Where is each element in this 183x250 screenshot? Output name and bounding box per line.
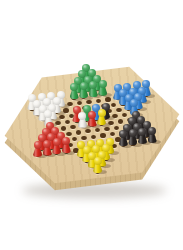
- hole[interactable]: [111, 103, 117, 107]
- peg-head: [119, 130, 127, 138]
- hole[interactable]: [116, 108, 122, 112]
- hole[interactable]: [76, 130, 82, 134]
- peg-head: [34, 141, 42, 149]
- peg-head: [88, 111, 96, 119]
- peg-head: [138, 128, 146, 136]
- hole[interactable]: [105, 97, 111, 101]
- peg-head: [129, 129, 137, 137]
- peg-head: [62, 137, 70, 145]
- peg-head: [78, 112, 86, 120]
- peg-head: [130, 99, 138, 107]
- peg-green[interactable]: [68, 83, 80, 99]
- hole[interactable]: [104, 127, 110, 131]
- peg-head: [44, 110, 52, 118]
- peg-head: [98, 109, 106, 117]
- peg-head: [89, 81, 97, 89]
- peg-head: [148, 127, 156, 135]
- peg-yellow[interactable]: [92, 157, 104, 173]
- peg-head: [80, 82, 88, 90]
- peg-black[interactable]: [117, 130, 129, 146]
- hole[interactable]: [61, 126, 67, 130]
- peg-red[interactable]: [32, 141, 44, 157]
- peg-head: [70, 83, 78, 91]
- peg-head: [53, 138, 61, 146]
- peg-white[interactable]: [76, 112, 88, 128]
- peg-head: [99, 80, 107, 88]
- peg-head: [43, 140, 51, 148]
- peg-head: [94, 157, 102, 165]
- product-photo: [0, 0, 183, 250]
- hole[interactable]: [66, 132, 72, 136]
